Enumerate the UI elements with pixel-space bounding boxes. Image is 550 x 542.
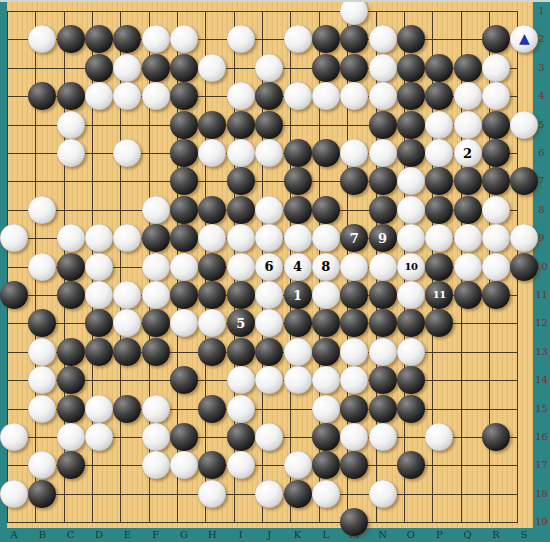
- column-label-E: E: [117, 528, 137, 542]
- row-label-19: 19: [533, 516, 550, 528]
- white-stone-L14: [312, 366, 340, 394]
- move-number-label: 6: [265, 260, 274, 273]
- black-stone-F3: [142, 54, 170, 82]
- black-stone-S10: [510, 253, 538, 281]
- white-stone-D15: [85, 395, 113, 423]
- move-number-label: 9: [378, 232, 387, 245]
- black-stone-M11: [340, 281, 368, 309]
- black-stone-K8: [284, 196, 312, 224]
- black-stone-C17: [57, 451, 85, 479]
- black-stone-P10: [425, 253, 453, 281]
- move-number-label: 4: [293, 260, 302, 273]
- column-label-N: N: [373, 528, 393, 542]
- black-stone-Q3: [454, 54, 482, 82]
- white-stone-F8: [142, 196, 170, 224]
- white-stone-Q4: [454, 82, 482, 110]
- white-stone-F2: [142, 25, 170, 53]
- white-stone-Q10: [454, 253, 482, 281]
- white-stone-I10: [227, 253, 255, 281]
- move-number-label: 2: [463, 147, 472, 160]
- white-stone-L9: [312, 224, 340, 252]
- white-stone-I15: [227, 395, 255, 423]
- row-label-18: 18: [533, 488, 550, 500]
- black-stone-D13: [85, 338, 113, 366]
- white-stone-S2: ▲: [510, 25, 538, 53]
- black-stone-I5: [227, 111, 255, 139]
- white-stone-J6: [255, 139, 283, 167]
- white-stone-O11: [397, 281, 425, 309]
- column-label-B: B: [32, 528, 52, 542]
- black-stone-H5: [198, 111, 226, 139]
- white-stone-J18: [255, 480, 283, 508]
- black-stone-L16: [312, 423, 340, 451]
- black-stone-K11: 1: [284, 281, 312, 309]
- black-stone-L13: [312, 338, 340, 366]
- white-stone-I14: [227, 366, 255, 394]
- white-stone-M10: [340, 253, 368, 281]
- black-stone-R16: [482, 423, 510, 451]
- white-stone-R9: [482, 224, 510, 252]
- white-stone-R10: [482, 253, 510, 281]
- black-stone-C10: [57, 253, 85, 281]
- black-stone-R11: [482, 281, 510, 309]
- white-stone-K4: [284, 82, 312, 110]
- white-stone-A9: [0, 224, 28, 252]
- black-stone-A11: [0, 281, 28, 309]
- black-stone-O3: [397, 54, 425, 82]
- move-number-label: 11: [433, 290, 446, 300]
- white-stone-M16: [340, 423, 368, 451]
- white-stone-I2: [227, 25, 255, 53]
- black-stone-I8: [227, 196, 255, 224]
- black-stone-N9: 9: [369, 224, 397, 252]
- move-number-label: 10: [404, 262, 417, 272]
- black-stone-F12: [142, 309, 170, 337]
- black-stone-G6: [170, 139, 198, 167]
- black-stone-G8: [170, 196, 198, 224]
- black-stone-I11: [227, 281, 255, 309]
- black-stone-E13: [113, 338, 141, 366]
- move-number-label: 8: [321, 260, 330, 273]
- white-stone-Q5: [454, 111, 482, 139]
- column-label-J: J: [259, 528, 279, 542]
- white-stone-L18: [312, 480, 340, 508]
- white-stone-D10: [85, 253, 113, 281]
- white-stone-N16: [369, 423, 397, 451]
- white-stone-B8: [28, 196, 56, 224]
- black-stone-N15: [369, 395, 397, 423]
- white-stone-I6: [227, 139, 255, 167]
- black-stone-J13: [255, 338, 283, 366]
- black-stone-H15: [198, 395, 226, 423]
- white-stone-F11: [142, 281, 170, 309]
- white-stone-D11: [85, 281, 113, 309]
- black-stone-O5: [397, 111, 425, 139]
- black-stone-I16: [227, 423, 255, 451]
- move-number-label: 7: [350, 232, 359, 245]
- white-stone-G10: [170, 253, 198, 281]
- white-stone-K2: [284, 25, 312, 53]
- row-label-15: 15: [533, 403, 550, 415]
- white-stone-F15: [142, 395, 170, 423]
- white-stone-N18: [369, 480, 397, 508]
- white-stone-N4: [369, 82, 397, 110]
- white-stone-O13: [397, 338, 425, 366]
- white-stone-K10: 4: [284, 253, 312, 281]
- row-label-1: 1: [533, 5, 550, 17]
- white-stone-F4: [142, 82, 170, 110]
- row-label-14: 14: [533, 374, 550, 386]
- row-label-11: 11: [533, 289, 550, 301]
- black-stone-O4: [397, 82, 425, 110]
- black-stone-Q8: [454, 196, 482, 224]
- column-label-F: F: [146, 528, 166, 542]
- move-number-label: 5: [236, 317, 245, 330]
- black-stone-O14: [397, 366, 425, 394]
- black-stone-S7: [510, 167, 538, 195]
- row-label-3: 3: [533, 62, 550, 74]
- white-stone-F17: [142, 451, 170, 479]
- white-stone-F16: [142, 423, 170, 451]
- row-label-13: 13: [533, 346, 550, 358]
- white-stone-Q6: 2: [454, 139, 482, 167]
- black-stone-N14: [369, 366, 397, 394]
- black-stone-N8: [369, 196, 397, 224]
- white-stone-O10: 10: [397, 253, 425, 281]
- black-stone-O15: [397, 395, 425, 423]
- black-stone-C14: [57, 366, 85, 394]
- white-stone-J11: [255, 281, 283, 309]
- white-stone-C9: [57, 224, 85, 252]
- white-stone-K17: [284, 451, 312, 479]
- black-stone-F13: [142, 338, 170, 366]
- white-stone-A16: [0, 423, 28, 451]
- column-label-A: A: [4, 528, 24, 542]
- white-stone-S9: [510, 224, 538, 252]
- black-stone-K6: [284, 139, 312, 167]
- triangle-marker-icon: ▲: [519, 31, 530, 45]
- white-stone-L10: 8: [312, 253, 340, 281]
- row-label-8: 8: [533, 204, 550, 216]
- black-stone-K18: [284, 480, 312, 508]
- black-stone-K7: [284, 167, 312, 195]
- black-stone-C15: [57, 395, 85, 423]
- black-stone-N12: [369, 309, 397, 337]
- white-stone-D16: [85, 423, 113, 451]
- column-label-H: H: [202, 528, 222, 542]
- white-stone-N10: [369, 253, 397, 281]
- black-stone-C4: [57, 82, 85, 110]
- black-stone-P3: [425, 54, 453, 82]
- white-stone-N3: [369, 54, 397, 82]
- black-stone-I7: [227, 167, 255, 195]
- black-stone-Q7: [454, 167, 482, 195]
- black-stone-P8: [425, 196, 453, 224]
- column-label-C: C: [61, 528, 81, 542]
- white-stone-O8: [397, 196, 425, 224]
- white-stone-B10: [28, 253, 56, 281]
- white-stone-O9: [397, 224, 425, 252]
- column-label-G: G: [174, 528, 194, 542]
- black-stone-I12: 5: [227, 309, 255, 337]
- white-stone-C16: [57, 423, 85, 451]
- black-stone-R6: [482, 139, 510, 167]
- white-stone-I4: [227, 82, 255, 110]
- black-stone-N11: [369, 281, 397, 309]
- white-stone-P5: [425, 111, 453, 139]
- row-label-6: 6: [533, 147, 550, 159]
- go-app-window: ABCDEFGHIJKLMNOPQRS 12345678910111213141…: [0, 0, 550, 542]
- black-stone-C2: [57, 25, 85, 53]
- black-stone-H10: [198, 253, 226, 281]
- row-label-4: 4: [533, 90, 550, 102]
- white-stone-K9: [284, 224, 312, 252]
- black-stone-K12: [284, 309, 312, 337]
- white-stone-A18: [0, 480, 28, 508]
- column-label-L: L: [316, 528, 336, 542]
- white-stone-Q9: [454, 224, 482, 252]
- white-stone-L4: [312, 82, 340, 110]
- black-stone-D3: [85, 54, 113, 82]
- white-stone-C5: [57, 111, 85, 139]
- black-stone-L8: [312, 196, 340, 224]
- black-stone-G3: [170, 54, 198, 82]
- column-label-S: S: [514, 528, 534, 542]
- move-number-label: 1: [293, 289, 302, 302]
- black-stone-F9: [142, 224, 170, 252]
- white-stone-N6: [369, 139, 397, 167]
- white-stone-F10: [142, 253, 170, 281]
- white-stone-I9: [227, 224, 255, 252]
- black-stone-N5: [369, 111, 397, 139]
- black-stone-G11: [170, 281, 198, 309]
- column-label-I: I: [231, 528, 251, 542]
- row-label-16: 16: [533, 431, 550, 443]
- column-label-K: K: [288, 528, 308, 542]
- white-stone-R8: [482, 196, 510, 224]
- black-stone-O6: [397, 139, 425, 167]
- white-stone-S5: [510, 111, 538, 139]
- white-stone-N13: [369, 338, 397, 366]
- row-label-12: 12: [533, 317, 550, 329]
- white-stone-K14: [284, 366, 312, 394]
- white-stone-J3: [255, 54, 283, 82]
- column-label-P: P: [429, 528, 449, 542]
- black-stone-C11: [57, 281, 85, 309]
- white-stone-B15: [28, 395, 56, 423]
- column-label-Q: Q: [458, 528, 478, 542]
- white-stone-K13: [284, 338, 312, 366]
- black-stone-Q11: [454, 281, 482, 309]
- black-stone-I13: [227, 338, 255, 366]
- black-stone-E15: [113, 395, 141, 423]
- white-stone-M13: [340, 338, 368, 366]
- black-stone-R5: [482, 111, 510, 139]
- column-label-O: O: [401, 528, 421, 542]
- column-label-R: R: [486, 528, 506, 542]
- white-stone-J16: [255, 423, 283, 451]
- black-stone-G16: [170, 423, 198, 451]
- black-stone-M3: [340, 54, 368, 82]
- white-stone-R3: [482, 54, 510, 82]
- black-stone-M15: [340, 395, 368, 423]
- black-stone-G5: [170, 111, 198, 139]
- black-stone-N7: [369, 167, 397, 195]
- white-stone-B13: [28, 338, 56, 366]
- white-stone-J10: 6: [255, 253, 283, 281]
- black-stone-L3: [312, 54, 340, 82]
- white-stone-E3: [113, 54, 141, 82]
- white-stone-R4: [482, 82, 510, 110]
- black-stone-L6: [312, 139, 340, 167]
- white-stone-M6: [340, 139, 368, 167]
- white-stone-L11: [312, 281, 340, 309]
- white-stone-I17: [227, 451, 255, 479]
- white-stone-C6: [57, 139, 85, 167]
- white-stone-J8: [255, 196, 283, 224]
- white-stone-N2: [369, 25, 397, 53]
- black-stone-C13: [57, 338, 85, 366]
- white-stone-L15: [312, 395, 340, 423]
- black-stone-J5: [255, 111, 283, 139]
- column-label-D: D: [89, 528, 109, 542]
- row-label-17: 17: [533, 459, 550, 471]
- black-stone-B18: [28, 480, 56, 508]
